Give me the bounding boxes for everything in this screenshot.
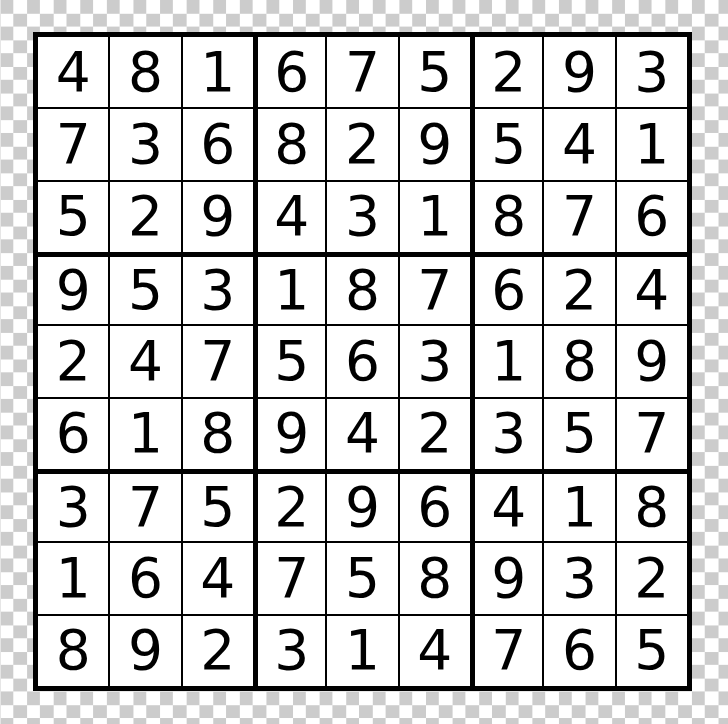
cell-r6c8[interactable]: 5 xyxy=(544,399,614,469)
cell-r8c4[interactable]: 7 xyxy=(255,543,325,613)
cell-r7c5[interactable]: 9 xyxy=(327,471,397,541)
cell-r1c4[interactable]: 6 xyxy=(255,37,325,107)
cell-r2c1[interactable]: 7 xyxy=(38,109,108,179)
cell-r7c2[interactable]: 7 xyxy=(110,471,180,541)
cell-r1c2[interactable]: 8 xyxy=(110,37,180,107)
cell-r3c3[interactable]: 9 xyxy=(183,182,253,252)
cell-r3c6[interactable]: 1 xyxy=(400,182,470,252)
cell-r8c5[interactable]: 5 xyxy=(327,543,397,613)
cell-r8c1[interactable]: 1 xyxy=(38,543,108,613)
cell-r4c8[interactable]: 2 xyxy=(544,254,614,324)
cell-r8c6[interactable]: 8 xyxy=(400,543,470,613)
cell-r9c3[interactable]: 2 xyxy=(183,616,253,686)
cell-r2c2[interactable]: 3 xyxy=(110,109,180,179)
cell-r4c9[interactable]: 4 xyxy=(617,254,687,324)
cell-r6c3[interactable]: 8 xyxy=(183,399,253,469)
cell-r3c9[interactable]: 6 xyxy=(617,182,687,252)
cell-r6c2[interactable]: 1 xyxy=(110,399,180,469)
cell-r8c9[interactable]: 2 xyxy=(617,543,687,613)
cell-r8c2[interactable]: 6 xyxy=(110,543,180,613)
cell-r5c9[interactable]: 9 xyxy=(617,326,687,396)
cell-r2c8[interactable]: 4 xyxy=(544,109,614,179)
cell-r4c5[interactable]: 8 xyxy=(327,254,397,324)
cell-r3c1[interactable]: 5 xyxy=(38,182,108,252)
cell-r1c7[interactable]: 2 xyxy=(472,37,542,107)
cell-r3c8[interactable]: 7 xyxy=(544,182,614,252)
cell-r1c1[interactable]: 4 xyxy=(38,37,108,107)
cell-r5c5[interactable]: 6 xyxy=(327,326,397,396)
cell-r5c7[interactable]: 1 xyxy=(472,326,542,396)
cell-r5c3[interactable]: 7 xyxy=(183,326,253,396)
cell-r9c4[interactable]: 3 xyxy=(255,616,325,686)
cell-r7c3[interactable]: 5 xyxy=(183,471,253,541)
cell-r7c1[interactable]: 3 xyxy=(38,471,108,541)
cell-r4c1[interactable]: 9 xyxy=(38,254,108,324)
cell-r8c8[interactable]: 3 xyxy=(544,543,614,613)
cell-r7c6[interactable]: 6 xyxy=(400,471,470,541)
cell-r9c8[interactable]: 6 xyxy=(544,616,614,686)
cell-r9c9[interactable]: 5 xyxy=(617,616,687,686)
cell-r5c2[interactable]: 4 xyxy=(110,326,180,396)
cell-r6c7[interactable]: 3 xyxy=(472,399,542,469)
cell-r3c5[interactable]: 3 xyxy=(327,182,397,252)
cell-r5c1[interactable]: 2 xyxy=(38,326,108,396)
cell-r1c3[interactable]: 1 xyxy=(183,37,253,107)
cell-r6c5[interactable]: 4 xyxy=(327,399,397,469)
cell-r5c8[interactable]: 8 xyxy=(544,326,614,396)
cell-r9c6[interactable]: 4 xyxy=(400,616,470,686)
cell-r7c9[interactable]: 8 xyxy=(617,471,687,541)
cell-r4c2[interactable]: 5 xyxy=(110,254,180,324)
cell-r5c4[interactable]: 5 xyxy=(255,326,325,396)
cell-r2c6[interactable]: 9 xyxy=(400,109,470,179)
cell-r3c4[interactable]: 4 xyxy=(255,182,325,252)
cell-r4c3[interactable]: 3 xyxy=(183,254,253,324)
cell-r1c5[interactable]: 7 xyxy=(327,37,397,107)
cell-r4c6[interactable]: 7 xyxy=(400,254,470,324)
cell-r1c6[interactable]: 5 xyxy=(400,37,470,107)
cell-r6c1[interactable]: 6 xyxy=(38,399,108,469)
cell-r7c8[interactable]: 1 xyxy=(544,471,614,541)
cell-r2c7[interactable]: 5 xyxy=(472,109,542,179)
cell-r7c7[interactable]: 4 xyxy=(472,471,542,541)
cell-r9c1[interactable]: 8 xyxy=(38,616,108,686)
cell-r8c3[interactable]: 4 xyxy=(183,543,253,613)
cell-r7c4[interactable]: 2 xyxy=(255,471,325,541)
cell-r8c7[interactable]: 9 xyxy=(472,543,542,613)
cell-r9c7[interactable]: 7 xyxy=(472,616,542,686)
cell-r9c5[interactable]: 1 xyxy=(327,616,397,686)
cell-r6c9[interactable]: 7 xyxy=(617,399,687,469)
transparency-checkerboard: 4816752937368295415294318769531876242475… xyxy=(0,0,728,724)
cell-r1c8[interactable]: 9 xyxy=(544,37,614,107)
cell-r4c4[interactable]: 1 xyxy=(255,254,325,324)
cell-r5c6[interactable]: 3 xyxy=(400,326,470,396)
cell-r2c5[interactable]: 2 xyxy=(327,109,397,179)
cell-r2c4[interactable]: 8 xyxy=(255,109,325,179)
cell-r4c7[interactable]: 6 xyxy=(472,254,542,324)
cell-r2c9[interactable]: 1 xyxy=(617,109,687,179)
cell-r1c9[interactable]: 3 xyxy=(617,37,687,107)
cell-r9c2[interactable]: 9 xyxy=(110,616,180,686)
cell-r6c6[interactable]: 2 xyxy=(400,399,470,469)
cell-r3c2[interactable]: 2 xyxy=(110,182,180,252)
cell-r6c4[interactable]: 9 xyxy=(255,399,325,469)
cell-r2c3[interactable]: 6 xyxy=(183,109,253,179)
sudoku-board: 4816752937368295415294318769531876242475… xyxy=(33,32,692,691)
cell-r3c7[interactable]: 8 xyxy=(472,182,542,252)
